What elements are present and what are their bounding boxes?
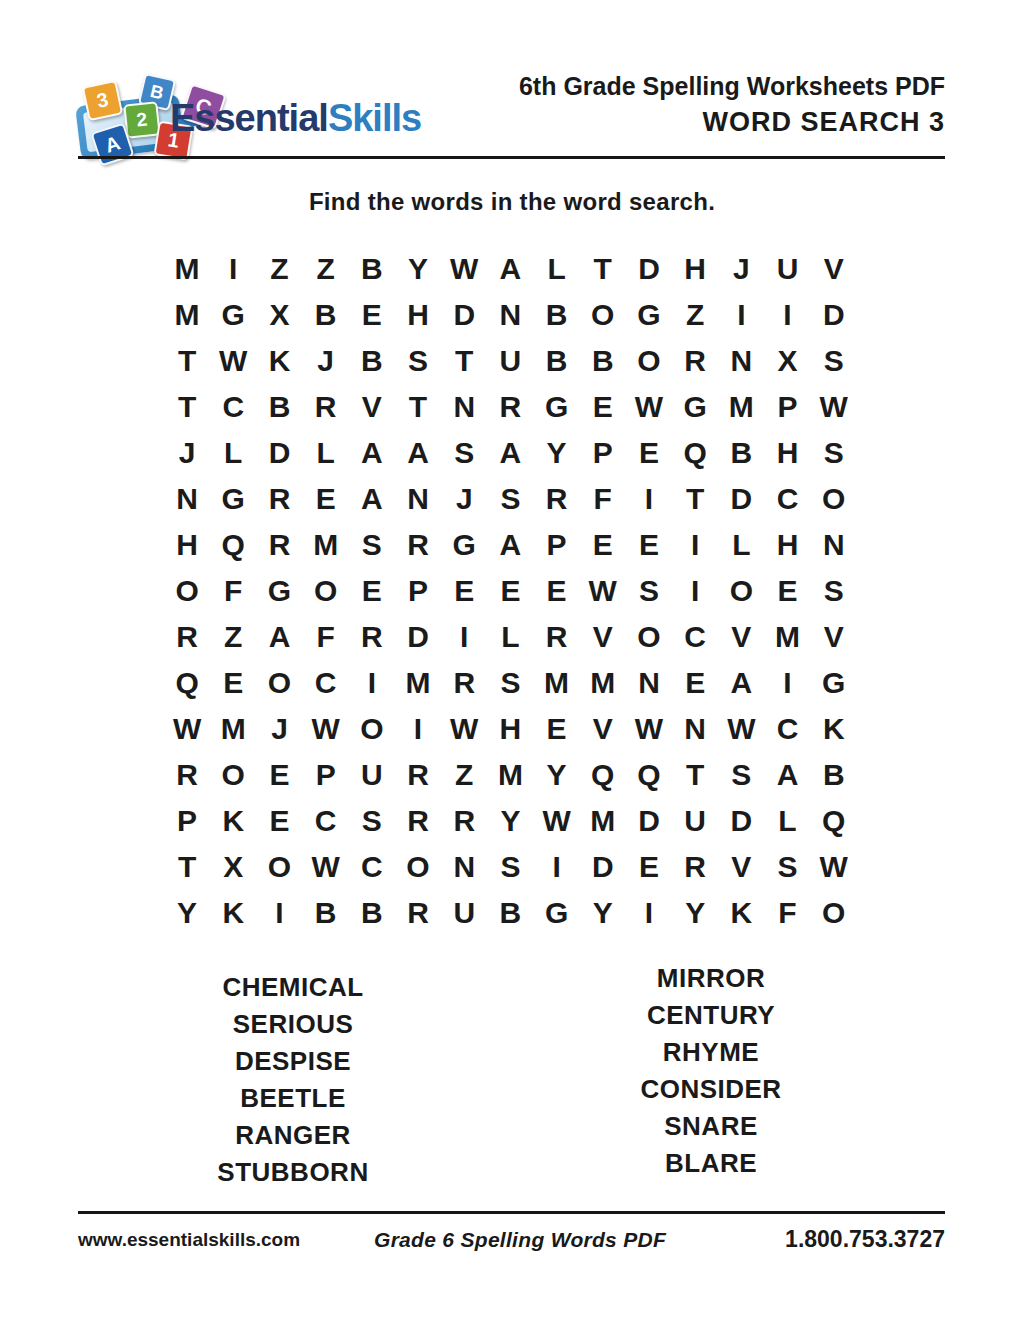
grid-cell-3-9: B bbox=[534, 338, 580, 384]
grid-cell-6-8: S bbox=[487, 476, 533, 522]
grid-cell-15-15: O bbox=[811, 890, 857, 936]
grid-cell-15-10: Y bbox=[580, 890, 626, 936]
grid-cell-8-13: O bbox=[718, 568, 764, 614]
grid-cell-3-12: R bbox=[672, 338, 718, 384]
grid-cell-5-14: H bbox=[764, 430, 810, 476]
grid-cell-1-14: U bbox=[764, 246, 810, 292]
grid-cell-4-3: B bbox=[256, 384, 302, 430]
grid-cell-12-14: A bbox=[764, 752, 810, 798]
grid-cell-12-4: P bbox=[303, 752, 349, 798]
grid-cell-15-5: B bbox=[349, 890, 395, 936]
grid-cell-3-13: N bbox=[718, 338, 764, 384]
essential-skills-logo: 3 B C 2 A 1 EssentialSkills bbox=[78, 74, 498, 164]
grid-cell-14-8: S bbox=[487, 844, 533, 890]
grid-cell-6-15: O bbox=[811, 476, 857, 522]
instruction-text: Find the words in the word search. bbox=[0, 188, 1024, 216]
grid-cell-7-14: H bbox=[764, 522, 810, 568]
grid-cell-2-15: D bbox=[811, 292, 857, 338]
logo-block-2: 2 bbox=[123, 101, 160, 138]
grid-cell-13-6: R bbox=[395, 798, 441, 844]
grid-cell-3-3: K bbox=[256, 338, 302, 384]
grid-cell-10-3: O bbox=[256, 660, 302, 706]
title-line-1: 6th Grade Spelling Worksheets PDF bbox=[519, 70, 945, 102]
grid-cell-8-14: E bbox=[764, 568, 810, 614]
grid-cell-3-11: O bbox=[626, 338, 672, 384]
grid-cell-6-3: R bbox=[256, 476, 302, 522]
grid-cell-10-13: A bbox=[718, 660, 764, 706]
word-list-right: MIRRORCENTURYRHYMECONSIDERSNAREBLARE bbox=[584, 960, 838, 1182]
grid-cell-11-2: M bbox=[210, 706, 256, 752]
grid-cell-3-4: J bbox=[303, 338, 349, 384]
grid-cell-7-5: S bbox=[349, 522, 395, 568]
grid-cell-1-12: H bbox=[672, 246, 718, 292]
grid-cell-2-13: I bbox=[718, 292, 764, 338]
grid-cell-4-2: C bbox=[210, 384, 256, 430]
grid-cell-10-5: I bbox=[349, 660, 395, 706]
word-blare: BLARE bbox=[584, 1145, 838, 1182]
grid-cell-7-15: N bbox=[811, 522, 857, 568]
grid-cell-9-9: R bbox=[534, 614, 580, 660]
grid-cell-8-4: O bbox=[303, 568, 349, 614]
grid-cell-14-6: O bbox=[395, 844, 441, 890]
grid-cell-15-11: I bbox=[626, 890, 672, 936]
grid-cell-11-10: V bbox=[580, 706, 626, 752]
grid-cell-4-11: W bbox=[626, 384, 672, 430]
grid-cell-5-4: L bbox=[303, 430, 349, 476]
grid-cell-4-9: G bbox=[534, 384, 580, 430]
grid-cell-9-2: Z bbox=[210, 614, 256, 660]
grid-cell-9-13: V bbox=[718, 614, 764, 660]
grid-cell-15-14: F bbox=[764, 890, 810, 936]
grid-cell-10-10: M bbox=[580, 660, 626, 706]
footer-center-text: Grade 6 Spelling Words PDF bbox=[374, 1226, 666, 1253]
grid-cell-3-8: U bbox=[487, 338, 533, 384]
grid-cell-3-1: T bbox=[164, 338, 210, 384]
page-title: 6th Grade Spelling Worksheets PDF WORD S… bbox=[519, 70, 945, 139]
grid-cell-13-12: U bbox=[672, 798, 718, 844]
grid-cell-11-5: O bbox=[349, 706, 395, 752]
grid-cell-9-3: A bbox=[256, 614, 302, 660]
grid-cell-15-7: U bbox=[441, 890, 487, 936]
grid-cell-1-4: Z bbox=[303, 246, 349, 292]
grid-cell-5-10: P bbox=[580, 430, 626, 476]
grid-cell-2-4: B bbox=[303, 292, 349, 338]
grid-cell-15-8: B bbox=[487, 890, 533, 936]
grid-cell-9-4: F bbox=[303, 614, 349, 660]
grid-cell-3-14: X bbox=[764, 338, 810, 384]
word-ranger: RANGER bbox=[166, 1117, 420, 1154]
grid-cell-13-1: P bbox=[164, 798, 210, 844]
grid-cell-14-1: T bbox=[164, 844, 210, 890]
grid-cell-13-13: D bbox=[718, 798, 764, 844]
grid-cell-7-1: H bbox=[164, 522, 210, 568]
grid-cell-8-3: G bbox=[256, 568, 302, 614]
grid-cell-2-12: Z bbox=[672, 292, 718, 338]
word-serious: SERIOUS bbox=[166, 1006, 420, 1043]
grid-cell-6-2: G bbox=[210, 476, 256, 522]
grid-cell-6-5: A bbox=[349, 476, 395, 522]
grid-cell-9-1: R bbox=[164, 614, 210, 660]
grid-cell-6-6: N bbox=[395, 476, 441, 522]
grid-cell-12-9: Y bbox=[534, 752, 580, 798]
grid-cell-6-1: N bbox=[164, 476, 210, 522]
word-snare: SNARE bbox=[584, 1108, 838, 1145]
grid-cell-2-11: G bbox=[626, 292, 672, 338]
grid-cell-4-15: W bbox=[811, 384, 857, 430]
grid-cell-7-4: M bbox=[303, 522, 349, 568]
grid-cell-11-4: W bbox=[303, 706, 349, 752]
grid-cell-14-4: W bbox=[303, 844, 349, 890]
grid-cell-6-12: T bbox=[672, 476, 718, 522]
grid-cell-1-11: D bbox=[626, 246, 672, 292]
grid-cell-2-1: M bbox=[164, 292, 210, 338]
grid-cell-14-9: I bbox=[534, 844, 580, 890]
grid-cell-6-7: J bbox=[441, 476, 487, 522]
grid-cell-9-11: O bbox=[626, 614, 672, 660]
word-despise: DESPISE bbox=[166, 1043, 420, 1080]
grid-cell-11-13: W bbox=[718, 706, 764, 752]
grid-cell-15-1: Y bbox=[164, 890, 210, 936]
grid-cell-2-3: X bbox=[256, 292, 302, 338]
word-chemical: CHEMICAL bbox=[166, 969, 420, 1006]
grid-cell-14-10: D bbox=[580, 844, 626, 890]
grid-cell-13-7: R bbox=[441, 798, 487, 844]
grid-cell-7-8: A bbox=[487, 522, 533, 568]
grid-cell-15-6: R bbox=[395, 890, 441, 936]
grid-cell-15-4: B bbox=[303, 890, 349, 936]
grid-cell-14-15: W bbox=[811, 844, 857, 890]
grid-cell-13-10: M bbox=[580, 798, 626, 844]
grid-cell-1-8: A bbox=[487, 246, 533, 292]
title-line-2: WORD SEARCH 3 bbox=[519, 105, 945, 139]
grid-cell-4-5: V bbox=[349, 384, 395, 430]
grid-cell-1-5: B bbox=[349, 246, 395, 292]
grid-cell-5-13: B bbox=[718, 430, 764, 476]
grid-cell-2-6: H bbox=[395, 292, 441, 338]
grid-cell-8-1: O bbox=[164, 568, 210, 614]
grid-cell-2-14: I bbox=[764, 292, 810, 338]
grid-cell-7-10: E bbox=[580, 522, 626, 568]
grid-cell-8-9: E bbox=[534, 568, 580, 614]
grid-cell-6-9: R bbox=[534, 476, 580, 522]
word-mirror: MIRROR bbox=[584, 960, 838, 997]
grid-cell-11-1: W bbox=[164, 706, 210, 752]
footer-divider bbox=[78, 1211, 945, 1214]
grid-cell-3-15: S bbox=[811, 338, 857, 384]
logo-wordmark: EssentialSkills bbox=[170, 96, 421, 140]
grid-cell-4-4: R bbox=[303, 384, 349, 430]
grid-cell-12-12: T bbox=[672, 752, 718, 798]
grid-cell-1-13: J bbox=[718, 246, 764, 292]
grid-cell-10-1: Q bbox=[164, 660, 210, 706]
grid-cell-5-11: E bbox=[626, 430, 672, 476]
grid-cell-6-11: I bbox=[626, 476, 672, 522]
grid-cell-12-3: E bbox=[256, 752, 302, 798]
grid-cell-1-1: M bbox=[164, 246, 210, 292]
grid-cell-4-12: G bbox=[672, 384, 718, 430]
grid-cell-1-6: Y bbox=[395, 246, 441, 292]
grid-cell-8-15: S bbox=[811, 568, 857, 614]
grid-cell-10-6: M bbox=[395, 660, 441, 706]
grid-cell-4-1: T bbox=[164, 384, 210, 430]
grid-cell-15-9: G bbox=[534, 890, 580, 936]
grid-cell-13-8: Y bbox=[487, 798, 533, 844]
grid-cell-10-7: R bbox=[441, 660, 487, 706]
grid-cell-5-3: D bbox=[256, 430, 302, 476]
grid-cell-12-6: R bbox=[395, 752, 441, 798]
grid-cell-3-6: S bbox=[395, 338, 441, 384]
grid-cell-8-6: P bbox=[395, 568, 441, 614]
grid-cell-8-7: E bbox=[441, 568, 487, 614]
grid-cell-13-9: W bbox=[534, 798, 580, 844]
grid-cell-10-9: M bbox=[534, 660, 580, 706]
grid-cell-11-9: E bbox=[534, 706, 580, 752]
grid-cell-6-14: C bbox=[764, 476, 810, 522]
grid-cell-10-2: E bbox=[210, 660, 256, 706]
grid-cell-5-12: Q bbox=[672, 430, 718, 476]
word-search-grid: MIZZBYWALTDHJUVMGXBEHDNBOGZIIDTWKJBSTUBB… bbox=[164, 246, 857, 936]
grid-cell-14-14: S bbox=[764, 844, 810, 890]
word-stubborn: STUBBORN bbox=[166, 1154, 420, 1191]
grid-cell-12-5: U bbox=[349, 752, 395, 798]
grid-cell-1-7: W bbox=[441, 246, 487, 292]
grid-cell-14-2: X bbox=[210, 844, 256, 890]
grid-cell-13-11: D bbox=[626, 798, 672, 844]
grid-cell-2-7: D bbox=[441, 292, 487, 338]
grid-cell-5-7: S bbox=[441, 430, 487, 476]
grid-cell-10-12: E bbox=[672, 660, 718, 706]
grid-cell-5-6: A bbox=[395, 430, 441, 476]
grid-cell-7-12: I bbox=[672, 522, 718, 568]
grid-cell-2-8: N bbox=[487, 292, 533, 338]
grid-cell-15-12: Y bbox=[672, 890, 718, 936]
grid-cell-3-2: W bbox=[210, 338, 256, 384]
grid-cell-10-8: S bbox=[487, 660, 533, 706]
grid-cell-7-13: L bbox=[718, 522, 764, 568]
grid-cell-8-5: E bbox=[349, 568, 395, 614]
grid-cell-9-10: V bbox=[580, 614, 626, 660]
grid-cell-7-6: R bbox=[395, 522, 441, 568]
logo-block-3: 3 bbox=[82, 80, 124, 122]
footer-phone: 1.800.753.3727 bbox=[785, 1226, 945, 1253]
grid-cell-13-15: Q bbox=[811, 798, 857, 844]
grid-cell-2-2: G bbox=[210, 292, 256, 338]
grid-cell-12-2: O bbox=[210, 752, 256, 798]
grid-cell-1-10: T bbox=[580, 246, 626, 292]
grid-cell-4-13: M bbox=[718, 384, 764, 430]
grid-cell-13-4: C bbox=[303, 798, 349, 844]
grid-cell-9-6: D bbox=[395, 614, 441, 660]
grid-cell-5-9: Y bbox=[534, 430, 580, 476]
grid-cell-6-10: F bbox=[580, 476, 626, 522]
grid-cell-8-11: S bbox=[626, 568, 672, 614]
grid-cell-8-2: F bbox=[210, 568, 256, 614]
grid-cell-12-8: M bbox=[487, 752, 533, 798]
grid-cell-12-13: S bbox=[718, 752, 764, 798]
grid-cell-9-8: L bbox=[487, 614, 533, 660]
grid-cell-4-10: E bbox=[580, 384, 626, 430]
logo-text-essential: Essential bbox=[170, 97, 328, 139]
grid-cell-14-11: E bbox=[626, 844, 672, 890]
header-divider bbox=[78, 156, 945, 159]
word-list-left: CHEMICALSERIOUSDESPISEBEETLERANGERSTUBBO… bbox=[166, 969, 420, 1191]
grid-cell-1-9: L bbox=[534, 246, 580, 292]
grid-cell-11-12: N bbox=[672, 706, 718, 752]
grid-cell-10-4: C bbox=[303, 660, 349, 706]
grid-cell-11-15: K bbox=[811, 706, 857, 752]
grid-cell-4-6: T bbox=[395, 384, 441, 430]
grid-cell-2-9: B bbox=[534, 292, 580, 338]
grid-cell-5-5: A bbox=[349, 430, 395, 476]
grid-cell-5-1: J bbox=[164, 430, 210, 476]
grid-cell-11-8: H bbox=[487, 706, 533, 752]
grid-cell-11-14: C bbox=[764, 706, 810, 752]
word-rhyme: RHYME bbox=[584, 1034, 838, 1071]
grid-cell-6-13: D bbox=[718, 476, 764, 522]
grid-cell-1-3: Z bbox=[256, 246, 302, 292]
grid-cell-12-7: Z bbox=[441, 752, 487, 798]
grid-cell-15-3: I bbox=[256, 890, 302, 936]
footer-website: www.essentialskills.com bbox=[78, 1227, 300, 1253]
grid-cell-4-14: P bbox=[764, 384, 810, 430]
grid-cell-9-7: I bbox=[441, 614, 487, 660]
grid-cell-10-11: N bbox=[626, 660, 672, 706]
grid-cell-4-7: N bbox=[441, 384, 487, 430]
word-century: CENTURY bbox=[584, 997, 838, 1034]
grid-cell-6-4: E bbox=[303, 476, 349, 522]
grid-cell-5-8: A bbox=[487, 430, 533, 476]
word-beetle: BEETLE bbox=[166, 1080, 420, 1117]
grid-cell-1-2: I bbox=[210, 246, 256, 292]
grid-cell-3-7: T bbox=[441, 338, 487, 384]
grid-cell-14-7: N bbox=[441, 844, 487, 890]
grid-cell-7-2: Q bbox=[210, 522, 256, 568]
grid-cell-10-15: G bbox=[811, 660, 857, 706]
grid-cell-11-6: I bbox=[395, 706, 441, 752]
grid-cell-12-1: R bbox=[164, 752, 210, 798]
grid-cell-7-11: E bbox=[626, 522, 672, 568]
word-consider: CONSIDER bbox=[584, 1071, 838, 1108]
grid-cell-11-7: W bbox=[441, 706, 487, 752]
grid-cell-2-5: E bbox=[349, 292, 395, 338]
grid-cell-12-11: Q bbox=[626, 752, 672, 798]
grid-cell-13-14: L bbox=[764, 798, 810, 844]
grid-cell-9-14: M bbox=[764, 614, 810, 660]
grid-cell-14-13: V bbox=[718, 844, 764, 890]
grid-cell-5-2: L bbox=[210, 430, 256, 476]
grid-cell-10-14: I bbox=[764, 660, 810, 706]
grid-cell-9-5: R bbox=[349, 614, 395, 660]
grid-cell-13-3: E bbox=[256, 798, 302, 844]
grid-cell-11-11: W bbox=[626, 706, 672, 752]
logo-text-skills: Skills bbox=[328, 97, 421, 139]
grid-cell-2-10: O bbox=[580, 292, 626, 338]
grid-cell-5-15: S bbox=[811, 430, 857, 476]
grid-cell-4-8: R bbox=[487, 384, 533, 430]
worksheet-page: 3 B C 2 A 1 EssentialSkills 6th Grade Sp… bbox=[0, 0, 1024, 1325]
grid-cell-14-12: R bbox=[672, 844, 718, 890]
grid-cell-7-3: R bbox=[256, 522, 302, 568]
grid-cell-3-5: B bbox=[349, 338, 395, 384]
grid-cell-8-8: E bbox=[487, 568, 533, 614]
grid-cell-1-15: V bbox=[811, 246, 857, 292]
grid-cell-11-3: J bbox=[256, 706, 302, 752]
grid-cell-12-10: Q bbox=[580, 752, 626, 798]
grid-cell-8-10: W bbox=[580, 568, 626, 614]
grid-cell-3-10: B bbox=[580, 338, 626, 384]
grid-cell-12-15: B bbox=[811, 752, 857, 798]
grid-cell-9-12: C bbox=[672, 614, 718, 660]
grid-cell-13-2: K bbox=[210, 798, 256, 844]
grid-cell-15-13: K bbox=[718, 890, 764, 936]
grid-cell-7-9: P bbox=[534, 522, 580, 568]
grid-cell-14-5: C bbox=[349, 844, 395, 890]
grid-cell-15-2: K bbox=[210, 890, 256, 936]
grid-cell-9-15: V bbox=[811, 614, 857, 660]
grid-cell-14-3: O bbox=[256, 844, 302, 890]
grid-cell-7-7: G bbox=[441, 522, 487, 568]
grid-cell-8-12: I bbox=[672, 568, 718, 614]
grid-cell-13-5: S bbox=[349, 798, 395, 844]
